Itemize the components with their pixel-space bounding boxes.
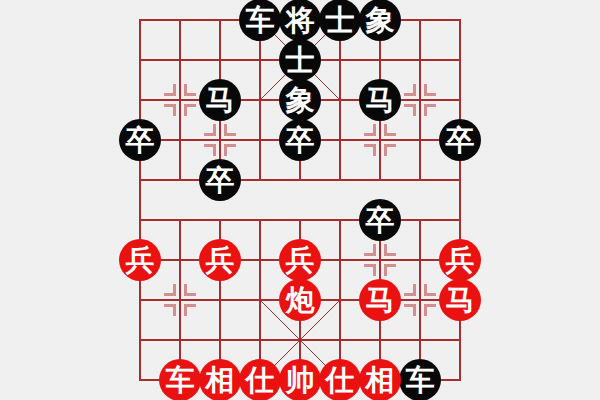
start-point-marker-corner — [424, 284, 436, 296]
start-point-marker-corner — [164, 104, 176, 116]
start-point-marker-corner — [424, 304, 436, 316]
start-point-marker-corner — [384, 244, 396, 256]
start-point-marker-corner — [404, 304, 416, 316]
piece-red-horse[interactable]: 马 — [359, 279, 401, 321]
piece-black-soldier[interactable]: 卒 — [359, 199, 401, 241]
start-point-marker-corner — [384, 144, 396, 156]
start-point-marker-corner — [204, 144, 216, 156]
piece-black-elephant[interactable]: 象 — [279, 79, 321, 121]
piece-black-horse[interactable]: 马 — [199, 79, 241, 121]
start-point-marker-corner — [164, 304, 176, 316]
piece-black-chariot[interactable]: 车 — [399, 359, 441, 400]
start-point-marker — [360, 240, 400, 280]
start-point-marker-corner — [224, 144, 236, 156]
piece-black-horse[interactable]: 马 — [359, 79, 401, 121]
piece-black-soldier[interactable]: 卒 — [199, 159, 241, 201]
piece-red-general[interactable]: 帅 — [279, 359, 321, 400]
start-point-marker-corner — [424, 84, 436, 96]
piece-black-soldier[interactable]: 卒 — [119, 119, 161, 161]
piece-red-cannon[interactable]: 炮 — [279, 279, 321, 321]
piece-black-soldier[interactable]: 卒 — [439, 119, 481, 161]
piece-black-general[interactable]: 将 — [279, 0, 321, 41]
start-point-marker — [360, 120, 400, 160]
piece-red-soldier[interactable]: 兵 — [279, 239, 321, 281]
start-point-marker-corner — [224, 124, 236, 136]
piece-black-advisor[interactable]: 士 — [319, 0, 361, 41]
piece-black-advisor[interactable]: 士 — [279, 39, 321, 81]
piece-black-chariot[interactable]: 车 — [239, 0, 281, 41]
xiangqi-board: 车将士象士马象马卒卒卒卒卒车兵兵兵兵炮马马车相仕帅仕相 — [120, 0, 480, 400]
start-point-marker-corner — [204, 124, 216, 136]
start-point-marker-corner — [404, 104, 416, 116]
start-point-marker — [200, 120, 240, 160]
piece-red-advisor[interactable]: 仕 — [239, 359, 281, 400]
start-point-marker-corner — [384, 264, 396, 276]
piece-black-soldier[interactable]: 卒 — [279, 119, 321, 161]
xiangqi-app: 车将士象士马象马卒卒卒卒卒车兵兵兵兵炮马马车相仕帅仕相 — [0, 0, 600, 400]
piece-red-soldier[interactable]: 兵 — [199, 239, 241, 281]
start-point-marker-corner — [184, 84, 196, 96]
piece-red-horse[interactable]: 马 — [439, 279, 481, 321]
start-point-marker-corner — [184, 284, 196, 296]
start-point-marker — [160, 280, 200, 320]
start-point-marker-corner — [184, 104, 196, 116]
start-point-marker-corner — [184, 304, 196, 316]
start-point-marker-corner — [404, 284, 416, 296]
start-point-marker-corner — [364, 244, 376, 256]
piece-red-elephant[interactable]: 相 — [359, 359, 401, 400]
start-point-marker-corner — [384, 124, 396, 136]
start-point-marker-corner — [364, 144, 376, 156]
start-point-marker — [160, 80, 200, 120]
piece-black-elephant[interactable]: 象 — [359, 0, 401, 41]
start-point-marker-corner — [364, 124, 376, 136]
start-point-marker-corner — [404, 84, 416, 96]
piece-red-soldier[interactable]: 兵 — [439, 239, 481, 281]
start-point-marker-corner — [164, 284, 176, 296]
start-point-marker — [400, 80, 440, 120]
piece-red-advisor[interactable]: 仕 — [319, 359, 361, 400]
piece-red-chariot[interactable]: 车 — [159, 359, 201, 400]
start-point-marker-corner — [364, 264, 376, 276]
piece-red-elephant[interactable]: 相 — [199, 359, 241, 400]
start-point-marker — [400, 280, 440, 320]
start-point-marker-corner — [164, 84, 176, 96]
piece-red-soldier[interactable]: 兵 — [119, 239, 161, 281]
start-point-marker-corner — [424, 104, 436, 116]
